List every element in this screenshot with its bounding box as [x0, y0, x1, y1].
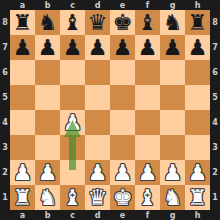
- square-g2[interactable]: ♟: [160, 160, 185, 185]
- square-c8[interactable]: ♝: [60, 10, 85, 35]
- square-c5[interactable]: [60, 85, 85, 110]
- file-label-h: h: [185, 210, 210, 220]
- square-e4[interactable]: [110, 110, 135, 135]
- square-d3[interactable]: [85, 135, 110, 160]
- piece-black-bishop[interactable]: ♝: [63, 10, 83, 35]
- piece-white-pawn[interactable]: ♟: [188, 160, 208, 185]
- rank-labels-left: 87654321: [0, 10, 10, 210]
- file-label-a: a: [10, 210, 35, 220]
- square-g4[interactable]: [160, 110, 185, 135]
- rank-label-1: 1: [0, 185, 10, 210]
- square-h4[interactable]: [185, 110, 210, 135]
- file-label-f: f: [135, 210, 160, 220]
- square-b7[interactable]: ♟: [35, 35, 60, 60]
- square-b6[interactable]: [35, 60, 60, 85]
- square-c7[interactable]: ♟: [60, 35, 85, 60]
- square-h7[interactable]: ♟: [185, 35, 210, 60]
- piece-white-pawn[interactable]: ♟: [138, 160, 158, 185]
- square-c4[interactable]: ♟: [60, 110, 85, 135]
- chess-board: abcdefgh abcdefgh 87654321 87654321 ♜♞♝♛…: [0, 0, 220, 220]
- piece-white-pawn[interactable]: ♟: [63, 110, 83, 135]
- square-f8[interactable]: ♝: [135, 10, 160, 35]
- square-c1[interactable]: ♝: [60, 185, 85, 210]
- piece-black-pawn[interactable]: ♟: [138, 35, 158, 60]
- piece-black-rook[interactable]: ♜: [188, 10, 208, 35]
- file-label-e: e: [110, 0, 135, 10]
- rank-label-4: 4: [210, 110, 220, 135]
- rank-label-3: 3: [0, 135, 10, 160]
- piece-white-pawn[interactable]: ♟: [38, 160, 58, 185]
- square-e5[interactable]: [110, 85, 135, 110]
- rank-label-8: 8: [0, 10, 10, 35]
- piece-black-pawn[interactable]: ♟: [13, 35, 33, 60]
- square-h5[interactable]: [185, 85, 210, 110]
- square-d2[interactable]: ♟: [85, 160, 110, 185]
- rank-label-2: 2: [210, 160, 220, 185]
- square-c2[interactable]: [60, 160, 85, 185]
- square-b1[interactable]: ♞: [35, 185, 60, 210]
- square-b2[interactable]: ♟: [35, 160, 60, 185]
- square-d6[interactable]: [85, 60, 110, 85]
- square-d7[interactable]: ♟: [85, 35, 110, 60]
- square-a5[interactable]: [10, 85, 35, 110]
- square-g3[interactable]: [160, 135, 185, 160]
- board-squares: ♜♞♝♛♚♝♞♜♟♟♟♟♟♟♟♟♟♟♟♟♟♟♟♟♜♞♝♛♚♝♞♜: [10, 10, 210, 210]
- square-e6[interactable]: [110, 60, 135, 85]
- square-f5[interactable]: [135, 85, 160, 110]
- file-label-g: g: [160, 0, 185, 10]
- square-d5[interactable]: [85, 85, 110, 110]
- square-d1[interactable]: ♛: [85, 185, 110, 210]
- rank-labels-right: 87654321: [210, 10, 220, 210]
- piece-black-queen[interactable]: ♛: [88, 10, 108, 35]
- file-label-f: f: [135, 0, 160, 10]
- square-f1[interactable]: ♝: [135, 185, 160, 210]
- square-b5[interactable]: [35, 85, 60, 110]
- piece-white-king[interactable]: ♚: [113, 185, 133, 210]
- file-label-b: b: [35, 210, 60, 220]
- square-a8[interactable]: ♜: [10, 10, 35, 35]
- square-a4[interactable]: [10, 110, 35, 135]
- piece-black-king[interactable]: ♚: [113, 10, 133, 35]
- file-label-a: a: [10, 0, 35, 10]
- file-label-b: b: [35, 0, 60, 10]
- square-f3[interactable]: [135, 135, 160, 160]
- square-e1[interactable]: ♚: [110, 185, 135, 210]
- piece-white-pawn[interactable]: ♟: [13, 160, 33, 185]
- square-a6[interactable]: [10, 60, 35, 85]
- piece-black-pawn[interactable]: ♟: [63, 35, 83, 60]
- piece-black-pawn[interactable]: ♟: [188, 35, 208, 60]
- piece-white-bishop[interactable]: ♝: [138, 185, 158, 210]
- square-e7[interactable]: ♟: [110, 35, 135, 60]
- square-g6[interactable]: [160, 60, 185, 85]
- piece-black-pawn[interactable]: ♟: [163, 35, 183, 60]
- square-c3[interactable]: [60, 135, 85, 160]
- piece-black-pawn[interactable]: ♟: [113, 35, 133, 60]
- square-h6[interactable]: [185, 60, 210, 85]
- rank-label-2: 2: [0, 160, 10, 185]
- square-h3[interactable]: [185, 135, 210, 160]
- square-g5[interactable]: [160, 85, 185, 110]
- square-f4[interactable]: [135, 110, 160, 135]
- square-b4[interactable]: [35, 110, 60, 135]
- square-f6[interactable]: [135, 60, 160, 85]
- square-e2[interactable]: ♟: [110, 160, 135, 185]
- square-g8[interactable]: ♞: [160, 10, 185, 35]
- square-b8[interactable]: ♞: [35, 10, 60, 35]
- piece-black-rook[interactable]: ♜: [13, 10, 33, 35]
- piece-white-pawn[interactable]: ♟: [163, 160, 183, 185]
- piece-white-knight[interactable]: ♞: [38, 185, 58, 210]
- piece-white-rook[interactable]: ♜: [13, 185, 33, 210]
- rank-label-6: 6: [210, 60, 220, 85]
- file-label-d: d: [85, 210, 110, 220]
- piece-white-pawn[interactable]: ♟: [113, 160, 133, 185]
- rank-label-8: 8: [210, 10, 220, 35]
- square-a7[interactable]: ♟: [10, 35, 35, 60]
- square-h1[interactable]: ♜: [185, 185, 210, 210]
- piece-black-knight[interactable]: ♞: [163, 10, 183, 35]
- square-h2[interactable]: ♟: [185, 160, 210, 185]
- square-h8[interactable]: ♜: [185, 10, 210, 35]
- file-label-g: g: [160, 210, 185, 220]
- rank-label-6: 6: [0, 60, 10, 85]
- piece-white-pawn[interactable]: ♟: [88, 160, 108, 185]
- rank-label-3: 3: [210, 135, 220, 160]
- square-a1[interactable]: ♜: [10, 185, 35, 210]
- file-label-c: c: [60, 210, 85, 220]
- file-label-d: d: [85, 0, 110, 10]
- piece-black-pawn[interactable]: ♟: [88, 35, 108, 60]
- piece-black-knight[interactable]: ♞: [38, 10, 58, 35]
- piece-white-queen[interactable]: ♛: [88, 185, 108, 210]
- square-g1[interactable]: ♞: [160, 185, 185, 210]
- piece-white-rook[interactable]: ♜: [188, 185, 208, 210]
- rank-label-7: 7: [210, 35, 220, 60]
- file-label-h: h: [185, 0, 210, 10]
- rank-label-5: 5: [210, 85, 220, 110]
- piece-black-pawn[interactable]: ♟: [38, 35, 58, 60]
- square-d4[interactable]: [85, 110, 110, 135]
- piece-black-bishop[interactable]: ♝: [138, 10, 158, 35]
- file-label-e: e: [110, 210, 135, 220]
- rank-label-5: 5: [0, 85, 10, 110]
- file-label-c: c: [60, 0, 85, 10]
- square-c6[interactable]: [60, 60, 85, 85]
- piece-white-knight[interactable]: ♞: [163, 185, 183, 210]
- square-d8[interactable]: ♛: [85, 10, 110, 35]
- square-a3[interactable]: [10, 135, 35, 160]
- rank-label-4: 4: [0, 110, 10, 135]
- square-e8[interactable]: ♚: [110, 10, 135, 35]
- square-a2[interactable]: ♟: [10, 160, 35, 185]
- piece-white-bishop[interactable]: ♝: [63, 185, 83, 210]
- rank-label-7: 7: [0, 35, 10, 60]
- square-f2[interactable]: ♟: [135, 160, 160, 185]
- rank-label-1: 1: [210, 185, 220, 210]
- square-g7[interactable]: ♟: [160, 35, 185, 60]
- file-labels-bottom: abcdefgh: [10, 210, 210, 220]
- file-labels-top: abcdefgh: [10, 0, 210, 10]
- square-e3[interactable]: [110, 135, 135, 160]
- square-b3[interactable]: [35, 135, 60, 160]
- square-f7[interactable]: ♟: [135, 35, 160, 60]
